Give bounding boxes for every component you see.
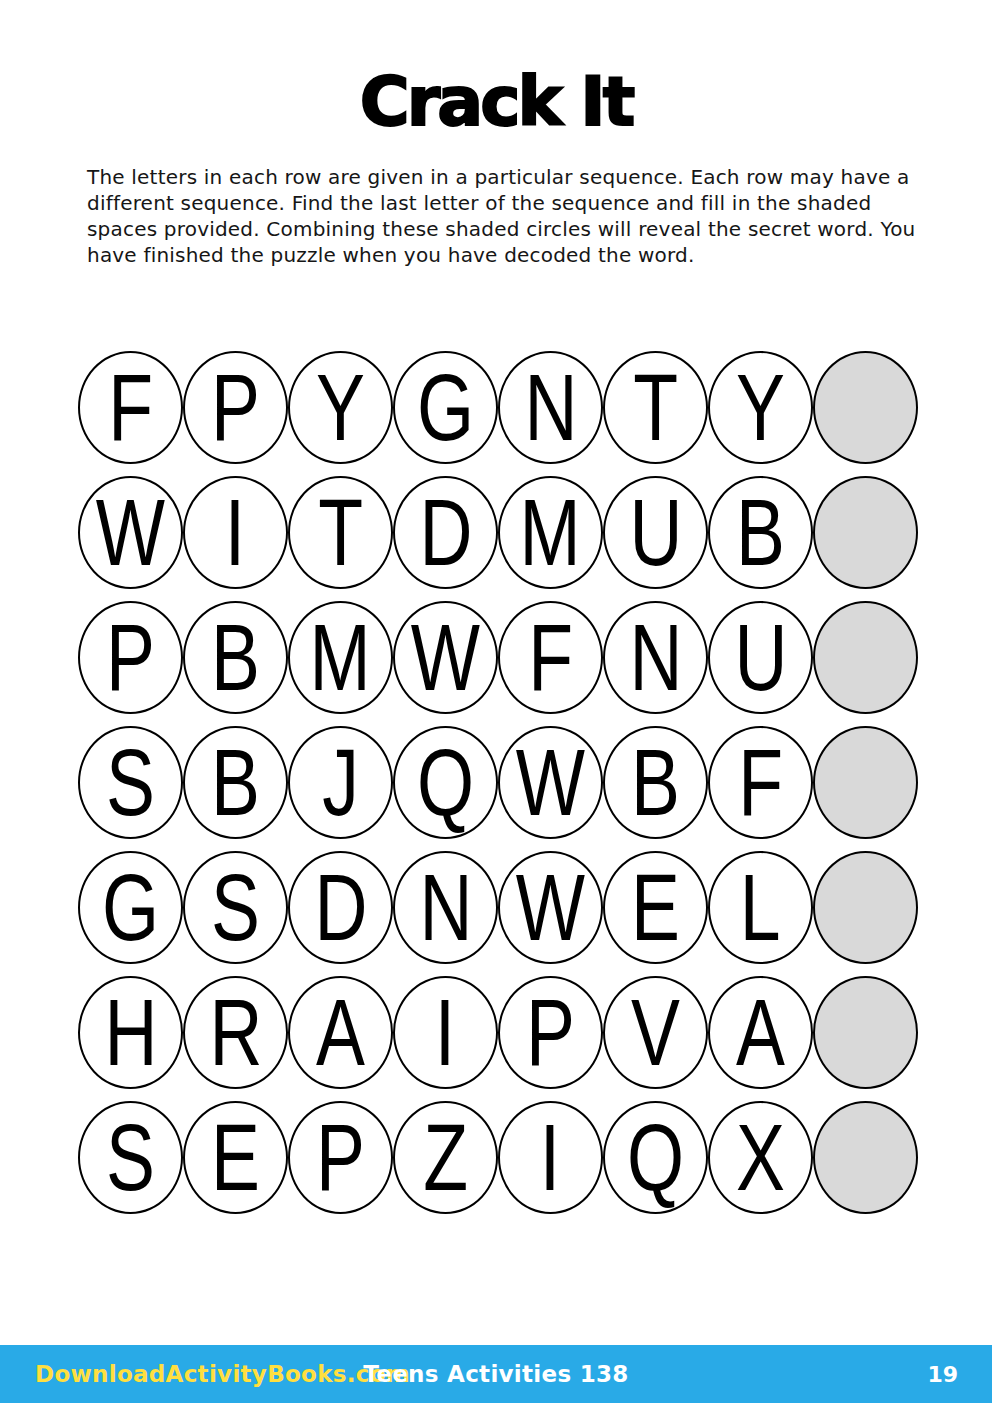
letter-circle: U — [603, 476, 708, 589]
letter-circle: E — [603, 851, 708, 964]
letter-circle: B — [183, 726, 288, 839]
letter-glyph: A — [316, 976, 365, 1089]
footer-bar: DownloadActivityBooks.com Teens Activiti… — [0, 1345, 992, 1403]
puzzle-row: PBMWFNU — [78, 601, 918, 714]
letter-glyph: V — [631, 976, 680, 1089]
letter-circle: X — [708, 1101, 813, 1214]
puzzle-row: FPYGNTY — [78, 351, 918, 464]
letter-circle: G — [393, 351, 498, 464]
puzzle-row: GSDNWEL — [78, 851, 918, 964]
letter-circle: B — [603, 726, 708, 839]
answer-circle[interactable] — [813, 726, 918, 839]
letter-glyph: Q — [627, 1101, 684, 1214]
letter-glyph: B — [631, 726, 680, 839]
letter-circle: R — [183, 976, 288, 1089]
letter-circle: B — [708, 476, 813, 589]
worksheet-page: Crack It The letters in each row are giv… — [0, 0, 992, 1403]
letter-circle: D — [288, 851, 393, 964]
instructions-text: The letters in each row are given in a p… — [87, 164, 919, 268]
letter-circle: Q — [393, 726, 498, 839]
letter-glyph: L — [740, 851, 781, 964]
letter-glyph: Y — [316, 351, 365, 464]
letter-circle: I — [183, 476, 288, 589]
letter-glyph: F — [528, 601, 573, 714]
letter-glyph: W — [96, 476, 165, 589]
letter-glyph: N — [419, 851, 472, 964]
letter-circle: P — [183, 351, 288, 464]
letter-glyph: U — [734, 601, 787, 714]
letter-glyph: Z — [423, 1101, 468, 1214]
answer-circle[interactable] — [813, 976, 918, 1089]
letter-circle: S — [78, 726, 183, 839]
letter-circle: W — [78, 476, 183, 589]
letter-circle: Z — [393, 1101, 498, 1214]
answer-circle[interactable] — [813, 601, 918, 714]
letter-glyph: F — [108, 351, 153, 464]
letter-glyph: P — [526, 976, 575, 1089]
letter-glyph: G — [417, 351, 474, 464]
answer-circle[interactable] — [813, 1101, 918, 1214]
letter-circle: A — [288, 976, 393, 1089]
letter-glyph: B — [736, 476, 785, 589]
puzzle-row: SBJQWBF — [78, 726, 918, 839]
letter-circle: U — [708, 601, 813, 714]
letter-circle: E — [183, 1101, 288, 1214]
letter-circle: L — [708, 851, 813, 964]
letter-glyph: X — [736, 1101, 785, 1214]
letter-glyph: B — [211, 726, 260, 839]
page-title: Crack It — [0, 62, 992, 141]
puzzle-row: HRAIPVA — [78, 976, 918, 1089]
letter-glyph: D — [419, 476, 472, 589]
answer-circle[interactable] — [813, 851, 918, 964]
letter-circle: T — [288, 476, 393, 589]
letter-circle: Y — [708, 351, 813, 464]
letter-glyph: S — [106, 1101, 155, 1214]
letter-circle: D — [393, 476, 498, 589]
letter-glyph: W — [411, 601, 480, 714]
letter-glyph: S — [211, 851, 260, 964]
letter-circle: T — [603, 351, 708, 464]
letter-circle: Y — [288, 351, 393, 464]
letter-circle: F — [708, 726, 813, 839]
letter-circle: B — [183, 601, 288, 714]
letter-glyph: E — [631, 851, 680, 964]
letter-glyph: B — [211, 601, 260, 714]
letter-circle: Q — [603, 1101, 708, 1214]
letter-circle: G — [78, 851, 183, 964]
letter-circle: P — [78, 601, 183, 714]
letter-circle: J — [288, 726, 393, 839]
letter-glyph: S — [106, 726, 155, 839]
letter-glyph: T — [633, 351, 678, 464]
letter-glyph: T — [318, 476, 363, 589]
letter-glyph: U — [629, 476, 682, 589]
letter-glyph: M — [310, 601, 371, 714]
letter-glyph: F — [738, 726, 783, 839]
letter-glyph: E — [211, 1101, 260, 1214]
letter-circle: P — [288, 1101, 393, 1214]
puzzle-row: SEPZIQX — [78, 1101, 918, 1214]
letter-circle: V — [603, 976, 708, 1089]
letter-circle: M — [498, 476, 603, 589]
letter-circle: N — [393, 851, 498, 964]
letter-glyph: I — [540, 1101, 560, 1214]
letter-circle: N — [603, 601, 708, 714]
letter-glyph: P — [316, 1101, 365, 1214]
letter-glyph: I — [225, 476, 245, 589]
letter-circle: W — [498, 851, 603, 964]
answer-circle[interactable] — [813, 351, 918, 464]
letter-circle: I — [393, 976, 498, 1089]
puzzle-grid: FPYGNTYWITDMUBPBMWFNUSBJQWBFGSDNWELHRAIP… — [78, 351, 918, 1214]
letter-glyph: H — [104, 976, 157, 1089]
letter-glyph: N — [524, 351, 577, 464]
letter-glyph: P — [106, 601, 155, 714]
answer-circle[interactable] — [813, 476, 918, 589]
letter-glyph: W — [516, 851, 585, 964]
footer-book-title: Teens Activities 138 — [0, 1361, 992, 1387]
letter-circle: S — [78, 1101, 183, 1214]
letter-circle: H — [78, 976, 183, 1089]
letter-glyph: Q — [417, 726, 474, 839]
letter-circle: P — [498, 976, 603, 1089]
letter-circle: W — [498, 726, 603, 839]
letter-circle: F — [498, 601, 603, 714]
letter-circle: W — [393, 601, 498, 714]
letter-glyph: W — [516, 726, 585, 839]
letter-circle: S — [183, 851, 288, 964]
letter-glyph: I — [435, 976, 455, 1089]
letter-circle: N — [498, 351, 603, 464]
letter-glyph: A — [736, 976, 785, 1089]
letter-glyph: Y — [736, 351, 785, 464]
letter-circle: A — [708, 976, 813, 1089]
letter-glyph: N — [629, 601, 682, 714]
letter-circle: I — [498, 1101, 603, 1214]
puzzle-row: WITDMUB — [78, 476, 918, 589]
letter-glyph: D — [314, 851, 367, 964]
letter-circle: M — [288, 601, 393, 714]
letter-glyph: R — [209, 976, 262, 1089]
letter-glyph: G — [102, 851, 159, 964]
letter-circle: F — [78, 351, 183, 464]
letter-glyph: M — [520, 476, 581, 589]
letter-glyph: P — [211, 351, 260, 464]
letter-glyph: J — [322, 726, 359, 839]
footer-page-number: 19 — [927, 1362, 958, 1387]
